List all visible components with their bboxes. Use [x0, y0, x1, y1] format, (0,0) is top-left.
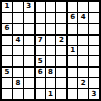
cell-r1c6[interactable]	[56, 2, 66, 12]
cell-r8c5[interactable]	[46, 78, 56, 88]
cell-r8c6[interactable]	[56, 78, 66, 88]
cell-r8c7[interactable]	[67, 78, 77, 88]
cell-r7c4: 6	[35, 67, 45, 77]
cell-r4c9[interactable]	[89, 35, 99, 45]
cell-r2c7: 6	[67, 13, 77, 23]
cell-r5c3[interactable]	[24, 46, 34, 56]
cell-r3c9[interactable]	[89, 24, 99, 34]
cell-r7c8[interactable]	[78, 67, 88, 77]
cell-r9c7[interactable]	[67, 89, 77, 99]
cell-r2c3[interactable]	[24, 13, 34, 23]
cell-r2c6[interactable]	[56, 13, 66, 23]
cell-r3c7[interactable]	[67, 24, 77, 34]
cell-r2c8: 4	[78, 13, 88, 23]
cell-r4c6: 2	[56, 35, 66, 45]
cell-r5c2[interactable]	[13, 46, 23, 56]
cell-r5c6[interactable]	[56, 46, 66, 56]
cell-r9c4[interactable]	[35, 89, 45, 99]
cell-r1c9[interactable]	[89, 2, 99, 12]
cell-r9c1[interactable]	[2, 89, 12, 99]
cell-r5c9[interactable]	[89, 46, 99, 56]
cell-r3c8[interactable]	[78, 24, 88, 34]
cell-r4c2: 4	[13, 35, 23, 45]
cell-r1c2[interactable]	[13, 2, 23, 12]
cell-r4c1[interactable]	[2, 35, 12, 45]
cell-r7c2[interactable]	[13, 67, 23, 77]
cell-r8c3[interactable]	[24, 78, 34, 88]
cell-r1c1: 1	[2, 2, 12, 12]
cell-r1c5[interactable]	[46, 2, 56, 12]
cell-r6c6[interactable]	[56, 56, 66, 66]
cell-r2c9[interactable]	[89, 13, 99, 23]
cell-r3c4[interactable]	[35, 24, 45, 34]
cell-r7c7[interactable]	[67, 67, 77, 77]
cell-r3c5[interactable]	[46, 24, 56, 34]
cell-r9c6[interactable]	[56, 89, 66, 99]
cell-r9c3[interactable]	[24, 89, 34, 99]
cell-r8c8: 2	[78, 78, 88, 88]
cell-r4c5[interactable]	[46, 35, 56, 45]
cell-r1c4[interactable]	[35, 2, 45, 12]
cell-r7c1: 5	[2, 67, 12, 77]
cell-r4c8[interactable]	[78, 35, 88, 45]
cell-r9c5: 1	[46, 89, 56, 99]
cell-r4c3[interactable]	[24, 35, 34, 45]
sudoku-board: 13646472155688213	[0, 0, 101, 101]
cell-r7c5: 8	[46, 67, 56, 77]
cell-r2c5[interactable]	[46, 13, 56, 23]
cell-r3c1: 6	[2, 24, 12, 34]
cell-r9c9: 3	[89, 89, 99, 99]
cell-r2c2[interactable]	[13, 13, 23, 23]
cell-r6c2[interactable]	[13, 56, 23, 66]
cell-r6c9[interactable]	[89, 56, 99, 66]
cell-r6c7[interactable]	[67, 56, 77, 66]
cell-r2c1[interactable]	[2, 13, 12, 23]
cell-r6c4: 5	[35, 56, 45, 66]
cell-r6c8[interactable]	[78, 56, 88, 66]
cell-r1c8[interactable]	[78, 2, 88, 12]
cell-r5c4[interactable]	[35, 46, 45, 56]
cell-r4c4: 7	[35, 35, 45, 45]
cell-r6c5[interactable]	[46, 56, 56, 66]
cell-r3c6[interactable]	[56, 24, 66, 34]
cell-r7c6[interactable]	[56, 67, 66, 77]
cell-r5c8[interactable]	[78, 46, 88, 56]
cell-r9c2[interactable]	[13, 89, 23, 99]
cell-r6c3[interactable]	[24, 56, 34, 66]
cell-r1c3: 3	[24, 2, 34, 12]
cell-r9c8[interactable]	[78, 89, 88, 99]
cell-r5c5[interactable]	[46, 46, 56, 56]
cell-r5c1[interactable]	[2, 46, 12, 56]
cell-r2c4[interactable]	[35, 13, 45, 23]
cell-r8c4[interactable]	[35, 78, 45, 88]
cell-r3c2[interactable]	[13, 24, 23, 34]
cell-r8c1[interactable]	[2, 78, 12, 88]
cell-r8c2: 8	[13, 78, 23, 88]
cell-r1c7[interactable]	[67, 2, 77, 12]
cell-r7c3[interactable]	[24, 67, 34, 77]
cell-r8c9[interactable]	[89, 78, 99, 88]
cell-r7c9[interactable]	[89, 67, 99, 77]
cell-r6c1[interactable]	[2, 56, 12, 66]
cell-r5c7: 1	[67, 46, 77, 56]
cell-r4c7[interactable]	[67, 35, 77, 45]
cell-r3c3[interactable]	[24, 24, 34, 34]
